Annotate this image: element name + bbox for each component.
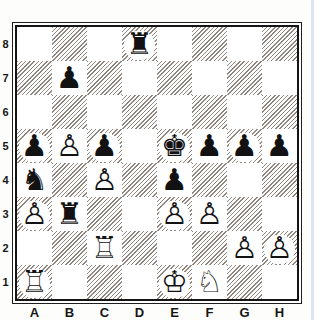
piece-white-pawn-a3: ♙ <box>17 197 52 231</box>
rank-label-2: 2 <box>0 231 11 265</box>
square-a7 <box>17 61 52 95</box>
rank-label-1: 1 <box>0 265 11 299</box>
square-c8 <box>87 27 122 61</box>
square-g3 <box>227 197 262 231</box>
file-label-c: C <box>87 306 122 320</box>
chess-board-inner-border: ♜♟♟♙♟♚♟♟♟♞♙♟♙♜♙♙♖♙♙♖♔♘ <box>15 25 299 301</box>
square-c3 <box>87 197 122 231</box>
piece-white-pawn-g2: ♙ <box>227 231 262 265</box>
square-d2 <box>122 231 157 265</box>
square-a6 <box>17 95 52 129</box>
square-c4: ♙ <box>87 163 122 197</box>
piece-white-rook-a1: ♖ <box>17 265 52 299</box>
chess-board: ♜♟♟♙♟♚♟♟♟♞♙♟♙♜♙♙♖♙♙♖♔♘ <box>17 27 297 299</box>
piece-black-pawn-a5: ♟ <box>17 129 52 163</box>
piece-white-pawn-e3: ♙ <box>157 197 192 231</box>
square-e5: ♚ <box>157 129 192 163</box>
piece-black-knight-a4: ♞ <box>17 163 52 197</box>
square-c2: ♖ <box>87 231 122 265</box>
square-e2 <box>157 231 192 265</box>
square-c1 <box>87 265 122 299</box>
square-b8 <box>52 27 87 61</box>
piece-black-king-e5: ♚ <box>157 129 192 163</box>
square-g8 <box>227 27 262 61</box>
square-b6 <box>52 95 87 129</box>
piece-white-king-e1: ♔ <box>157 265 192 299</box>
piece-black-pawn-h5: ♟ <box>262 129 297 163</box>
square-d7 <box>122 61 157 95</box>
piece-white-knight-f1: ♘ <box>192 265 227 299</box>
square-g7 <box>227 61 262 95</box>
square-f6 <box>192 95 227 129</box>
chess-board-frame: ♜♟♟♙♟♚♟♟♟♞♙♟♙♜♙♙♖♙♙♖♔♘ <box>12 22 302 304</box>
square-g1 <box>227 265 262 299</box>
square-h8 <box>262 27 297 61</box>
file-coordinates: ABCDEFGH <box>17 306 297 320</box>
square-c7 <box>87 61 122 95</box>
square-g6 <box>227 95 262 129</box>
square-d6 <box>122 95 157 129</box>
rank-coordinates: 87654321 <box>0 27 11 299</box>
square-e4: ♟ <box>157 163 192 197</box>
square-a1: ♖ <box>17 265 52 299</box>
square-b3: ♜ <box>52 197 87 231</box>
square-e7 <box>157 61 192 95</box>
square-g5: ♟ <box>227 129 262 163</box>
rank-label-6: 6 <box>0 95 11 129</box>
square-h7 <box>262 61 297 95</box>
file-label-h: H <box>262 306 297 320</box>
piece-black-pawn-b7: ♟ <box>52 61 87 95</box>
piece-white-pawn-b5: ♙ <box>52 129 87 163</box>
square-h4 <box>262 163 297 197</box>
file-label-f: F <box>192 306 227 320</box>
square-d1 <box>122 265 157 299</box>
file-label-e: E <box>157 306 192 320</box>
piece-black-rook-b3: ♜ <box>52 197 87 231</box>
file-label-a: A <box>17 306 52 320</box>
square-d5 <box>122 129 157 163</box>
square-d3 <box>122 197 157 231</box>
rank-label-8: 8 <box>0 27 11 61</box>
square-b4 <box>52 163 87 197</box>
image-right-edge-tint <box>311 0 314 320</box>
square-b2 <box>52 231 87 265</box>
square-f3: ♙ <box>192 197 227 231</box>
piece-black-pawn-f5: ♟ <box>192 129 227 163</box>
square-h6 <box>262 95 297 129</box>
square-a3: ♙ <box>17 197 52 231</box>
square-f5: ♟ <box>192 129 227 163</box>
piece-black-pawn-g5: ♟ <box>227 129 262 163</box>
piece-black-pawn-c5: ♟ <box>87 129 122 163</box>
square-a5: ♟ <box>17 129 52 163</box>
square-b7: ♟ <box>52 61 87 95</box>
piece-black-rook-d8: ♜ <box>122 27 157 61</box>
square-f4 <box>192 163 227 197</box>
file-label-b: B <box>52 306 87 320</box>
piece-white-pawn-c4: ♙ <box>87 163 122 197</box>
square-b5: ♙ <box>52 129 87 163</box>
square-h2: ♙ <box>262 231 297 265</box>
piece-white-rook-c2: ♖ <box>87 231 122 265</box>
square-f7 <box>192 61 227 95</box>
square-g2: ♙ <box>227 231 262 265</box>
square-b1 <box>52 265 87 299</box>
square-g4 <box>227 163 262 197</box>
square-a8 <box>17 27 52 61</box>
square-e3: ♙ <box>157 197 192 231</box>
square-a4: ♞ <box>17 163 52 197</box>
square-c5: ♟ <box>87 129 122 163</box>
square-e1: ♔ <box>157 265 192 299</box>
square-d8: ♜ <box>122 27 157 61</box>
piece-white-pawn-f3: ♙ <box>192 197 227 231</box>
square-f8 <box>192 27 227 61</box>
piece-black-pawn-e4: ♟ <box>157 163 192 197</box>
square-a2 <box>17 231 52 265</box>
square-h1 <box>262 265 297 299</box>
square-h5: ♟ <box>262 129 297 163</box>
rank-label-4: 4 <box>0 163 11 197</box>
rank-label-3: 3 <box>0 197 11 231</box>
rank-label-7: 7 <box>0 61 11 95</box>
piece-white-pawn-h2: ♙ <box>262 231 297 265</box>
square-e8 <box>157 27 192 61</box>
file-label-g: G <box>227 306 262 320</box>
square-d4 <box>122 163 157 197</box>
square-e6 <box>157 95 192 129</box>
square-f2 <box>192 231 227 265</box>
square-c6 <box>87 95 122 129</box>
square-h3 <box>262 197 297 231</box>
file-label-d: D <box>122 306 157 320</box>
rank-label-5: 5 <box>0 129 11 163</box>
square-f1: ♘ <box>192 265 227 299</box>
